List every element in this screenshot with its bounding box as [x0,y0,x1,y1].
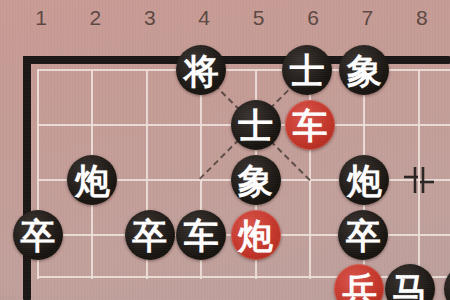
piece-black-elephant[interactable]: 象 [339,45,389,95]
piece-glyph: 兵 [342,272,377,300]
piece-glyph: 卒 [21,218,56,253]
piece-black-soldier[interactable]: 卒 [13,210,63,260]
piece-black-cannon[interactable]: 炮 [339,155,389,205]
piece-glyph: 炮 [75,163,110,198]
piece-glyph: 炮 [238,218,273,253]
file-label: 3 [144,7,156,28]
piece-black-soldier[interactable]: 卒 [338,210,388,260]
file-label: 5 [253,7,265,28]
piece-black-advisor[interactable]: 士 [282,45,332,95]
file-label: 7 [362,7,374,28]
last-move-marker-icon [402,163,436,197]
piece-glyph: 卒 [346,218,381,253]
piece-glyph: 将 [184,53,219,88]
piece-glyph: 车 [184,218,219,253]
piece-black-unknown-edge[interactable] [444,264,450,300]
piece-glyph: 象 [347,53,382,88]
file-label: 1 [35,7,47,28]
piece-glyph: 马 [392,272,427,300]
piece-red-cannon[interactable]: 炮 [231,210,281,260]
piece-black-chariot[interactable]: 车 [176,210,226,260]
photo-vignette-overlay [0,0,450,300]
piece-black-horse[interactable]: 马 [385,264,435,300]
piece-black-cannon[interactable]: 炮 [67,155,117,205]
piece-glyph: 卒 [132,218,167,253]
board-border-left [23,56,31,300]
screen-photo: 12345678 将士象士车炮象炮卒卒车炮卒兵马 [0,0,450,300]
piece-glyph: 士 [290,53,325,88]
piece-black-general[interactable]: 将 [176,45,226,95]
file-label: 2 [90,7,102,28]
piece-red-chariot[interactable]: 车 [285,100,335,150]
piece-glyph: 象 [238,163,273,198]
photo-noise-overlay [0,0,450,300]
piece-glyph: 炮 [347,163,382,198]
file-label: 4 [198,7,210,28]
piece-glyph: 士 [238,108,273,143]
piece-glyph: 车 [293,108,328,143]
piece-red-soldier[interactable]: 兵 [334,264,384,300]
piece-black-elephant[interactable]: 象 [231,155,281,205]
piece-black-advisor[interactable]: 士 [231,100,281,150]
file-label: 6 [307,7,319,28]
file-label: 8 [416,7,428,28]
piece-black-soldier[interactable]: 卒 [125,210,175,260]
